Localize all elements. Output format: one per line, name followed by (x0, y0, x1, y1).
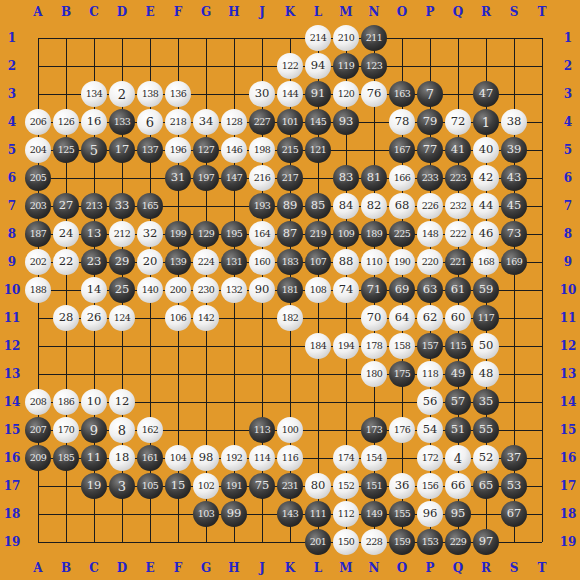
intersection-L9[interactable]: 107 (304, 248, 332, 276)
intersection-G5[interactable]: 127 (192, 136, 220, 164)
stone-G6-black-197[interactable]: 197 (193, 165, 219, 191)
stone-K9-black-183[interactable]: 183 (277, 249, 303, 275)
intersection-F13[interactable] (164, 360, 192, 388)
intersection-Q14[interactable]: 57 (444, 388, 472, 416)
intersection-P12[interactable]: 157 (416, 332, 444, 360)
intersection-B4[interactable]: 126 (52, 108, 80, 136)
intersection-C13[interactable] (80, 360, 108, 388)
stone-A9-white-202[interactable]: 202 (25, 249, 51, 275)
stone-R6-white-42[interactable]: 42 (473, 165, 499, 191)
stone-K2-white-122[interactable]: 122 (277, 53, 303, 79)
intersection-R2[interactable] (472, 52, 500, 80)
stone-Q18-black-95[interactable]: 95 (445, 501, 471, 527)
stone-R9-white-168[interactable]: 168 (473, 249, 499, 275)
intersection-O1[interactable] (388, 24, 416, 52)
intersection-F1[interactable] (164, 24, 192, 52)
stone-N2-black-123[interactable]: 123 (361, 53, 387, 79)
intersection-R13[interactable]: 48 (472, 360, 500, 388)
intersection-M12[interactable]: 194 (332, 332, 360, 360)
intersection-F10[interactable]: 200 (164, 276, 192, 304)
intersection-N16[interactable]: 154 (360, 444, 388, 472)
intersection-K3[interactable]: 144 (276, 80, 304, 108)
intersection-G17[interactable]: 102 (192, 472, 220, 500)
intersection-O6[interactable]: 166 (388, 164, 416, 192)
stone-L2-white-94[interactable]: 94 (305, 53, 331, 79)
stone-P18-white-96[interactable]: 96 (417, 501, 443, 527)
intersection-D12[interactable] (108, 332, 136, 360)
intersection-F7[interactable] (164, 192, 192, 220)
stone-N7-white-82[interactable]: 82 (361, 193, 387, 219)
stone-H4-white-128[interactable]: 128 (221, 109, 247, 135)
intersection-P18[interactable]: 96 (416, 500, 444, 528)
intersection-O14[interactable] (388, 388, 416, 416)
intersection-P11[interactable]: 62 (416, 304, 444, 332)
intersection-K16[interactable]: 116 (276, 444, 304, 472)
intersection-C19[interactable] (80, 528, 108, 556)
intersection-T10[interactable] (528, 276, 556, 304)
intersection-T12[interactable] (528, 332, 556, 360)
intersection-J6[interactable]: 216 (248, 164, 276, 192)
intersection-M18[interactable]: 112 (332, 500, 360, 528)
intersection-M9[interactable]: 88 (332, 248, 360, 276)
intersection-T4[interactable] (528, 108, 556, 136)
intersection-N8[interactable]: 189 (360, 220, 388, 248)
stone-R16-white-52[interactable]: 52 (473, 445, 499, 471)
stone-D16-white-18[interactable]: 18 (109, 445, 135, 471)
intersection-D1[interactable] (108, 24, 136, 52)
stone-C10-white-14[interactable]: 14 (81, 277, 107, 303)
intersection-K17[interactable]: 231 (276, 472, 304, 500)
intersection-Q12[interactable]: 115 (444, 332, 472, 360)
stone-F3-white-136[interactable]: 136 (165, 81, 191, 107)
intersection-S10[interactable] (500, 276, 528, 304)
intersection-L2[interactable]: 94 (304, 52, 332, 80)
stone-D11-white-124[interactable]: 124 (109, 305, 135, 331)
intersection-C2[interactable] (80, 52, 108, 80)
stone-B8-white-24[interactable]: 24 (53, 221, 79, 247)
intersection-G3[interactable] (192, 80, 220, 108)
intersection-L3[interactable]: 91 (304, 80, 332, 108)
stone-J5-white-198[interactable]: 198 (249, 137, 275, 163)
intersection-N9[interactable]: 110 (360, 248, 388, 276)
stone-N9-white-110[interactable]: 110 (361, 249, 387, 275)
intersection-T14[interactable] (528, 388, 556, 416)
stone-F9-black-139[interactable]: 139 (165, 249, 191, 275)
intersection-H5[interactable]: 146 (220, 136, 248, 164)
intersection-P2[interactable] (416, 52, 444, 80)
stone-H18-black-99[interactable]: 99 (221, 501, 247, 527)
stone-K7-black-89[interactable]: 89 (277, 193, 303, 219)
intersection-R11[interactable]: 117 (472, 304, 500, 332)
stone-O4-white-78[interactable]: 78 (389, 109, 415, 135)
stone-J4-black-227[interactable]: 227 (249, 109, 275, 135)
intersection-L17[interactable]: 80 (304, 472, 332, 500)
intersection-Q17[interactable]: 66 (444, 472, 472, 500)
stone-O19-black-159[interactable]: 159 (389, 529, 415, 555)
stone-L9-black-107[interactable]: 107 (305, 249, 331, 275)
intersection-G8[interactable]: 129 (192, 220, 220, 248)
intersection-G4[interactable]: 34 (192, 108, 220, 136)
stone-J7-black-193[interactable]: 193 (249, 193, 275, 219)
stone-K18-black-143[interactable]: 143 (277, 501, 303, 527)
stone-M12-white-194[interactable]: 194 (333, 333, 359, 359)
intersection-M3[interactable]: 120 (332, 80, 360, 108)
stone-P4-black-79[interactable]: 79 (417, 109, 443, 135)
intersection-C6[interactable] (80, 164, 108, 192)
intersection-N13[interactable]: 180 (360, 360, 388, 388)
stone-L3-black-91[interactable]: 91 (305, 81, 331, 107)
intersection-L4[interactable]: 145 (304, 108, 332, 136)
intersection-G6[interactable]: 197 (192, 164, 220, 192)
intersection-N17[interactable]: 151 (360, 472, 388, 500)
intersection-K13[interactable] (276, 360, 304, 388)
intersection-T3[interactable] (528, 80, 556, 108)
intersection-A6[interactable]: 205 (24, 164, 52, 192)
stone-O15-white-176[interactable]: 176 (389, 417, 415, 443)
stone-L5-black-121[interactable]: 121 (305, 137, 331, 163)
intersection-N6[interactable]: 81 (360, 164, 388, 192)
intersection-S2[interactable] (500, 52, 528, 80)
intersection-D9[interactable]: 29 (108, 248, 136, 276)
intersection-F19[interactable] (164, 528, 192, 556)
stone-B14-white-186[interactable]: 186 (53, 389, 79, 415)
board-grid[interactable]: 2142102111229411912313421381363014491120… (24, 24, 556, 556)
intersection-L18[interactable]: 111 (304, 500, 332, 528)
intersection-H7[interactable] (220, 192, 248, 220)
intersection-J9[interactable]: 160 (248, 248, 276, 276)
stone-E10-white-140[interactable]: 140 (137, 277, 163, 303)
stone-R15-black-55[interactable]: 55 (473, 417, 499, 443)
stone-M18-white-112[interactable]: 112 (333, 501, 359, 527)
stone-R4-black-1[interactable]: 1 (473, 109, 499, 135)
intersection-J2[interactable] (248, 52, 276, 80)
intersection-E10[interactable]: 140 (136, 276, 164, 304)
intersection-C18[interactable] (80, 500, 108, 528)
stone-M2-black-119[interactable]: 119 (333, 53, 359, 79)
stone-S9-black-169[interactable]: 169 (501, 249, 527, 275)
stone-K3-white-144[interactable]: 144 (277, 81, 303, 107)
intersection-A2[interactable] (24, 52, 52, 80)
intersection-O10[interactable]: 69 (388, 276, 416, 304)
stone-H5-white-146[interactable]: 146 (221, 137, 247, 163)
stone-O13-black-175[interactable]: 175 (389, 361, 415, 387)
intersection-J13[interactable] (248, 360, 276, 388)
stone-O11-white-64[interactable]: 64 (389, 305, 415, 331)
stone-S4-white-38[interactable]: 38 (501, 109, 527, 135)
stone-M17-white-152[interactable]: 152 (333, 473, 359, 499)
stone-C5-black-5[interactable]: 5 (81, 137, 107, 163)
stone-R12-white-50[interactable]: 50 (473, 333, 499, 359)
stone-R11-black-117[interactable]: 117 (473, 305, 499, 331)
stone-C11-white-26[interactable]: 26 (81, 305, 107, 331)
intersection-M6[interactable]: 83 (332, 164, 360, 192)
intersection-Q10[interactable]: 61 (444, 276, 472, 304)
intersection-R8[interactable]: 46 (472, 220, 500, 248)
intersection-F11[interactable]: 106 (164, 304, 192, 332)
intersection-P9[interactable]: 220 (416, 248, 444, 276)
stone-M19-white-150[interactable]: 150 (333, 529, 359, 555)
intersection-R5[interactable]: 40 (472, 136, 500, 164)
stone-J17-black-75[interactable]: 75 (249, 473, 275, 499)
intersection-R14[interactable]: 35 (472, 388, 500, 416)
intersection-S13[interactable] (500, 360, 528, 388)
intersection-G15[interactable] (192, 416, 220, 444)
stone-H10-white-132[interactable]: 132 (221, 277, 247, 303)
intersection-T15[interactable] (528, 416, 556, 444)
intersection-C8[interactable]: 13 (80, 220, 108, 248)
intersection-M19[interactable]: 150 (332, 528, 360, 556)
stone-H6-black-147[interactable]: 147 (221, 165, 247, 191)
intersection-S19[interactable] (500, 528, 528, 556)
intersection-K15[interactable]: 100 (276, 416, 304, 444)
stone-P8-white-148[interactable]: 148 (417, 221, 443, 247)
intersection-D3[interactable]: 2 (108, 80, 136, 108)
intersection-D19[interactable] (108, 528, 136, 556)
stone-Q4-white-72[interactable]: 72 (445, 109, 471, 135)
intersection-L6[interactable] (304, 164, 332, 192)
stone-C3-white-134[interactable]: 134 (81, 81, 107, 107)
stone-R5-white-40[interactable]: 40 (473, 137, 499, 163)
intersection-Q7[interactable]: 232 (444, 192, 472, 220)
stone-Q8-white-222[interactable]: 222 (445, 221, 471, 247)
intersection-H14[interactable] (220, 388, 248, 416)
intersection-D5[interactable]: 17 (108, 136, 136, 164)
intersection-E18[interactable] (136, 500, 164, 528)
intersection-S11[interactable] (500, 304, 528, 332)
intersection-J5[interactable]: 198 (248, 136, 276, 164)
stone-D4-black-133[interactable]: 133 (109, 109, 135, 135)
intersection-O13[interactable]: 175 (388, 360, 416, 388)
intersection-O12[interactable]: 158 (388, 332, 416, 360)
stone-P3-black-7[interactable]: 7 (417, 81, 443, 107)
stone-D7-black-33[interactable]: 33 (109, 193, 135, 219)
intersection-M16[interactable]: 174 (332, 444, 360, 472)
stone-D17-black-3[interactable]: 3 (109, 473, 135, 499)
stone-K16-white-116[interactable]: 116 (277, 445, 303, 471)
intersection-M2[interactable]: 119 (332, 52, 360, 80)
stone-K6-black-217[interactable]: 217 (277, 165, 303, 191)
intersection-B8[interactable]: 24 (52, 220, 80, 248)
intersection-D6[interactable] (108, 164, 136, 192)
intersection-J16[interactable]: 114 (248, 444, 276, 472)
intersection-R9[interactable]: 168 (472, 248, 500, 276)
intersection-O7[interactable]: 68 (388, 192, 416, 220)
intersection-O11[interactable]: 64 (388, 304, 416, 332)
stone-B9-white-22[interactable]: 22 (53, 249, 79, 275)
intersection-C9[interactable]: 23 (80, 248, 108, 276)
intersection-M14[interactable] (332, 388, 360, 416)
intersection-G7[interactable] (192, 192, 220, 220)
stone-P15-white-54[interactable]: 54 (417, 417, 443, 443)
stone-A10-white-188[interactable]: 188 (25, 277, 51, 303)
intersection-P7[interactable]: 226 (416, 192, 444, 220)
intersection-O4[interactable]: 78 (388, 108, 416, 136)
stone-S7-black-45[interactable]: 45 (501, 193, 527, 219)
intersection-S4[interactable]: 38 (500, 108, 528, 136)
intersection-O16[interactable] (388, 444, 416, 472)
intersection-F9[interactable]: 139 (164, 248, 192, 276)
stone-G10-white-230[interactable]: 230 (193, 277, 219, 303)
intersection-L15[interactable] (304, 416, 332, 444)
intersection-A11[interactable] (24, 304, 52, 332)
intersection-J12[interactable] (248, 332, 276, 360)
intersection-O19[interactable]: 159 (388, 528, 416, 556)
intersection-K6[interactable]: 217 (276, 164, 304, 192)
intersection-D2[interactable] (108, 52, 136, 80)
stone-D9-black-29[interactable]: 29 (109, 249, 135, 275)
stone-O17-white-36[interactable]: 36 (389, 473, 415, 499)
intersection-C12[interactable] (80, 332, 108, 360)
intersection-E3[interactable]: 138 (136, 80, 164, 108)
stone-O7-white-68[interactable]: 68 (389, 193, 415, 219)
intersection-R12[interactable]: 50 (472, 332, 500, 360)
intersection-R17[interactable]: 65 (472, 472, 500, 500)
stone-L1-white-214[interactable]: 214 (305, 25, 331, 51)
intersection-G11[interactable]: 142 (192, 304, 220, 332)
intersection-P1[interactable] (416, 24, 444, 52)
intersection-M10[interactable]: 74 (332, 276, 360, 304)
intersection-G16[interactable]: 98 (192, 444, 220, 472)
intersection-J7[interactable]: 193 (248, 192, 276, 220)
intersection-H17[interactable]: 191 (220, 472, 248, 500)
stone-B7-black-27[interactable]: 27 (53, 193, 79, 219)
intersection-P15[interactable]: 54 (416, 416, 444, 444)
intersection-A8[interactable]: 187 (24, 220, 52, 248)
intersection-M13[interactable] (332, 360, 360, 388)
stone-F6-black-31[interactable]: 31 (165, 165, 191, 191)
intersection-D17[interactable]: 3 (108, 472, 136, 500)
intersection-D8[interactable]: 212 (108, 220, 136, 248)
stone-P16-white-172[interactable]: 172 (417, 445, 443, 471)
stone-P11-white-62[interactable]: 62 (417, 305, 443, 331)
intersection-G10[interactable]: 230 (192, 276, 220, 304)
intersection-C4[interactable]: 16 (80, 108, 108, 136)
stone-Q5-black-41[interactable]: 41 (445, 137, 471, 163)
intersection-T2[interactable] (528, 52, 556, 80)
stone-A6-black-205[interactable]: 205 (25, 165, 51, 191)
stone-P17-white-156[interactable]: 156 (417, 473, 443, 499)
intersection-K4[interactable]: 101 (276, 108, 304, 136)
intersection-F17[interactable]: 15 (164, 472, 192, 500)
stone-J3-white-30[interactable]: 30 (249, 81, 275, 107)
intersection-Q18[interactable]: 95 (444, 500, 472, 528)
stone-K10-black-181[interactable]: 181 (277, 277, 303, 303)
stone-E16-black-161[interactable]: 161 (137, 445, 163, 471)
stone-Q14-black-57[interactable]: 57 (445, 389, 471, 415)
stone-R14-black-35[interactable]: 35 (473, 389, 499, 415)
stone-P5-black-77[interactable]: 77 (417, 137, 443, 163)
intersection-O15[interactable]: 176 (388, 416, 416, 444)
intersection-E16[interactable]: 161 (136, 444, 164, 472)
intersection-P16[interactable]: 172 (416, 444, 444, 472)
stone-A8-black-187[interactable]: 187 (25, 221, 51, 247)
intersection-L12[interactable]: 184 (304, 332, 332, 360)
intersection-N11[interactable]: 70 (360, 304, 388, 332)
intersection-H3[interactable] (220, 80, 248, 108)
stone-N12-white-178[interactable]: 178 (361, 333, 387, 359)
stone-G16-white-98[interactable]: 98 (193, 445, 219, 471)
intersection-Q4[interactable]: 72 (444, 108, 472, 136)
intersection-B18[interactable] (52, 500, 80, 528)
intersection-L7[interactable]: 85 (304, 192, 332, 220)
stone-N19-white-228[interactable]: 228 (361, 529, 387, 555)
intersection-O5[interactable]: 167 (388, 136, 416, 164)
stone-J15-black-113[interactable]: 113 (249, 417, 275, 443)
intersection-C10[interactable]: 14 (80, 276, 108, 304)
intersection-Q1[interactable] (444, 24, 472, 52)
stone-O5-black-167[interactable]: 167 (389, 137, 415, 163)
stone-Q16-white-4[interactable]: 4 (445, 445, 471, 471)
intersection-B9[interactable]: 22 (52, 248, 80, 276)
intersection-Q11[interactable]: 60 (444, 304, 472, 332)
stone-M1-white-210[interactable]: 210 (333, 25, 359, 51)
intersection-A10[interactable]: 188 (24, 276, 52, 304)
intersection-L11[interactable] (304, 304, 332, 332)
intersection-E9[interactable]: 20 (136, 248, 164, 276)
stone-D5-black-17[interactable]: 17 (109, 137, 135, 163)
stone-D3-white-2[interactable]: 2 (109, 81, 135, 107)
stone-N6-black-81[interactable]: 81 (361, 165, 387, 191)
intersection-N14[interactable] (360, 388, 388, 416)
intersection-G9[interactable]: 224 (192, 248, 220, 276)
intersection-A13[interactable] (24, 360, 52, 388)
stone-H8-black-195[interactable]: 195 (221, 221, 247, 247)
stone-J16-white-114[interactable]: 114 (249, 445, 275, 471)
intersection-E2[interactable] (136, 52, 164, 80)
intersection-R19[interactable]: 97 (472, 528, 500, 556)
intersection-F5[interactable]: 196 (164, 136, 192, 164)
stone-F10-white-200[interactable]: 200 (165, 277, 191, 303)
intersection-B2[interactable] (52, 52, 80, 80)
stone-G9-white-224[interactable]: 224 (193, 249, 219, 275)
intersection-N10[interactable]: 71 (360, 276, 388, 304)
stone-O9-white-190[interactable]: 190 (389, 249, 415, 275)
intersection-K2[interactable]: 122 (276, 52, 304, 80)
stone-P9-white-220[interactable]: 220 (417, 249, 443, 275)
intersection-C7[interactable]: 213 (80, 192, 108, 220)
intersection-M11[interactable] (332, 304, 360, 332)
intersection-Q13[interactable]: 49 (444, 360, 472, 388)
intersection-F12[interactable] (164, 332, 192, 360)
stone-F16-white-104[interactable]: 104 (165, 445, 191, 471)
stone-J10-white-90[interactable]: 90 (249, 277, 275, 303)
intersection-S8[interactable]: 73 (500, 220, 528, 248)
intersection-E4[interactable]: 6 (136, 108, 164, 136)
intersection-T1[interactable] (528, 24, 556, 52)
intersection-K14[interactable] (276, 388, 304, 416)
intersection-T18[interactable] (528, 500, 556, 528)
stone-M4-black-93[interactable]: 93 (333, 109, 359, 135)
intersection-A15[interactable]: 207 (24, 416, 52, 444)
stone-D15-white-8[interactable]: 8 (109, 417, 135, 443)
stone-R10-black-59[interactable]: 59 (473, 277, 499, 303)
intersection-S12[interactable] (500, 332, 528, 360)
intersection-C3[interactable]: 134 (80, 80, 108, 108)
intersection-C17[interactable]: 19 (80, 472, 108, 500)
stone-O18-black-155[interactable]: 155 (389, 501, 415, 527)
stone-N1-black-211[interactable]: 211 (361, 25, 387, 51)
stone-R3-black-47[interactable]: 47 (473, 81, 499, 107)
stone-L10-white-108[interactable]: 108 (305, 277, 331, 303)
intersection-G13[interactable] (192, 360, 220, 388)
intersection-E7[interactable]: 165 (136, 192, 164, 220)
intersection-C14[interactable]: 10 (80, 388, 108, 416)
intersection-J8[interactable]: 164 (248, 220, 276, 248)
intersection-R7[interactable]: 44 (472, 192, 500, 220)
stone-L7-black-85[interactable]: 85 (305, 193, 331, 219)
intersection-S6[interactable]: 43 (500, 164, 528, 192)
intersection-L19[interactable]: 201 (304, 528, 332, 556)
